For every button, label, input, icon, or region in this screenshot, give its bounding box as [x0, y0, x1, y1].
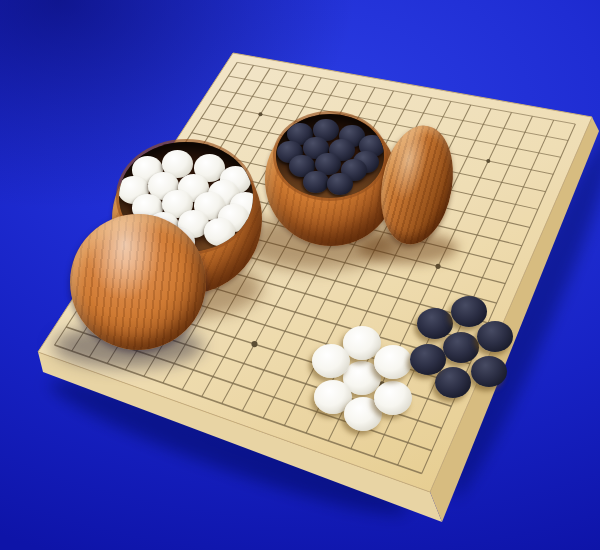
black-stone-bowl — [265, 114, 397, 246]
black-flower-stone — [435, 367, 471, 398]
black-flower-stone — [410, 344, 446, 375]
black-flower-stone — [451, 296, 487, 327]
black-bowl-opening — [276, 114, 384, 198]
black-flower-stone — [443, 332, 479, 363]
black-flower-stone — [471, 356, 507, 387]
black-flower-stone — [477, 321, 513, 352]
white-flower-stone — [374, 381, 412, 415]
white-bowl-lid — [70, 214, 206, 350]
photo-canvas — [0, 0, 600, 550]
white-flower-stone — [374, 345, 412, 379]
black-stone-in-bowl — [327, 173, 353, 196]
black-stone-in-bowl — [303, 171, 329, 194]
black-flower-stone — [417, 308, 453, 339]
white-flower-stone — [312, 344, 350, 378]
white-stone-in-bowl — [204, 218, 235, 245]
